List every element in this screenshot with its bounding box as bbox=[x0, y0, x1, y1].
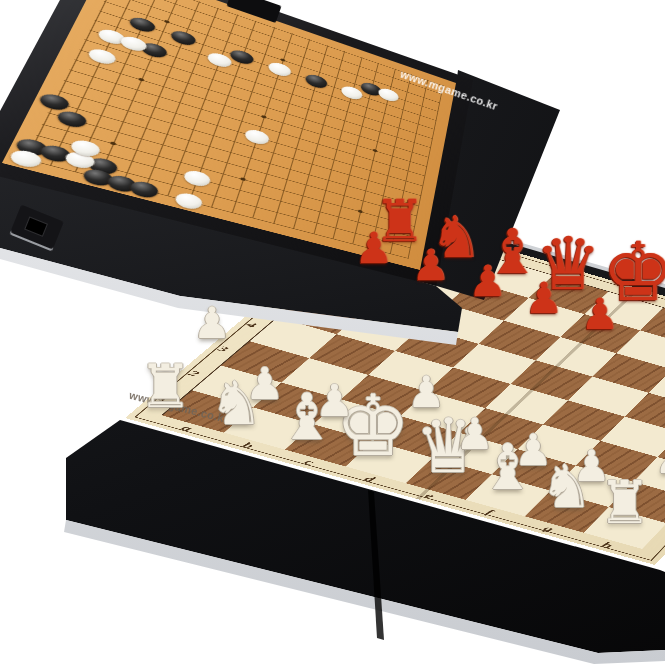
go-stone-white bbox=[377, 86, 399, 103]
chess-piece-white-pawn-e2: ♟ bbox=[456, 413, 495, 456]
chess-piece-white-rook-a1: ♜ bbox=[138, 355, 192, 415]
chess-piece-red-pawn-e7: ♟ bbox=[581, 293, 620, 336]
go-star-point bbox=[280, 58, 286, 62]
go-stone-white bbox=[205, 51, 233, 70]
go-stone-white bbox=[340, 84, 364, 101]
chess-piece-red-pawn-a7: ♟ bbox=[354, 228, 393, 271]
go-stone-black bbox=[56, 109, 90, 130]
go-stone-white bbox=[267, 60, 293, 78]
go-stone-white bbox=[243, 127, 270, 146]
chess-piece-white-pawn-c2: ♟ bbox=[315, 379, 354, 423]
go-stone-white bbox=[182, 169, 212, 189]
chess-piece-red-pawn-c7: ♟ bbox=[468, 261, 507, 304]
chess-piece-red-pawn-d7: ♟ bbox=[525, 277, 564, 320]
go-stone-black bbox=[37, 91, 71, 112]
go-star-point bbox=[164, 20, 170, 24]
go-star-point bbox=[372, 149, 377, 153]
chess-piece-red-pawn-b7: ♟ bbox=[412, 244, 451, 287]
go-star-point bbox=[357, 209, 362, 213]
chess-piece-white-pawn-a4: ♟ bbox=[193, 302, 232, 345]
product-photo-stage: abcdefgh12345678 www.mgame.co.kr www.mga… bbox=[0, 0, 665, 665]
go-star-point bbox=[261, 115, 267, 119]
go-stone-white bbox=[173, 191, 204, 211]
chess-piece-white-pawn-h3: ♟ bbox=[655, 438, 665, 480]
go-stone-black bbox=[128, 179, 160, 200]
go-star-point bbox=[240, 177, 246, 181]
chess-piece-white-pawn-b2: ♟ bbox=[245, 362, 284, 406]
chess-piece-white-pawn-g2: ♟ bbox=[572, 446, 611, 489]
go-stone-white bbox=[87, 47, 119, 67]
chess-piece-white-pawn-d3: ♟ bbox=[407, 372, 446, 415]
go-case-latch-slot bbox=[24, 216, 48, 236]
chess-piece-white-pawn-f2: ♟ bbox=[514, 429, 553, 472]
go-stone-black bbox=[304, 72, 329, 90]
